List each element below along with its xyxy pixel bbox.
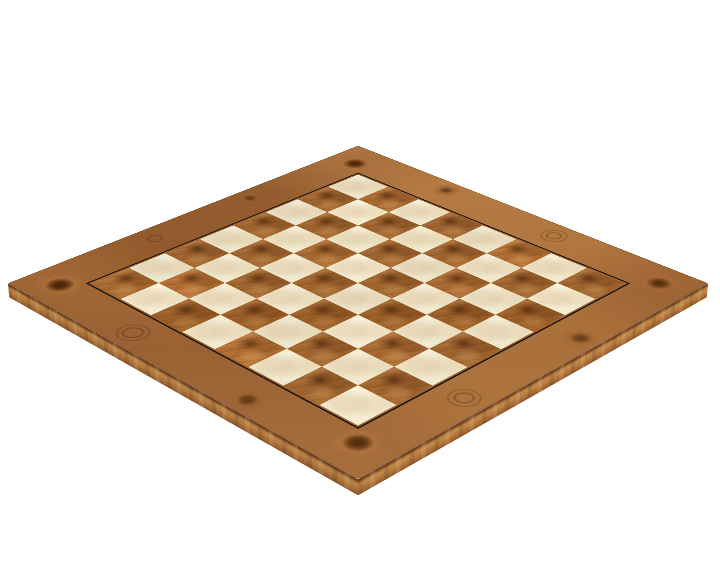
square-h1 [320, 386, 395, 425]
square-h3 [394, 349, 467, 386]
square-f4 [358, 299, 427, 332]
square-e2 [253, 315, 323, 349]
square-h6 [496, 299, 565, 332]
square-e4 [324, 283, 392, 315]
square-f2 [287, 332, 358, 367]
square-f5 [392, 283, 460, 315]
square-e3 [289, 299, 358, 332]
square-b1 [121, 283, 189, 315]
square-d2 [220, 299, 289, 332]
square-d3 [256, 283, 324, 315]
square-c2 [189, 283, 257, 315]
square-d1 [183, 315, 253, 349]
square-f3 [323, 315, 393, 349]
board-frame [8, 145, 708, 478]
square-g5 [427, 299, 496, 332]
square-h5 [463, 315, 533, 349]
square-h2 [358, 367, 432, 405]
field-border-line [86, 172, 630, 428]
square-g4 [393, 315, 463, 349]
square-c1 [151, 299, 220, 332]
square-f1 [249, 349, 322, 386]
square-g2 [322, 349, 395, 386]
screenshot-root [0, 0, 720, 576]
square-h4 [429, 332, 500, 367]
square-g1 [284, 367, 358, 405]
square-e1 [215, 332, 286, 367]
product-photo-background [0, 0, 720, 576]
square-g6 [460, 283, 528, 315]
square-h7 [527, 283, 595, 315]
square-g3 [358, 332, 429, 367]
